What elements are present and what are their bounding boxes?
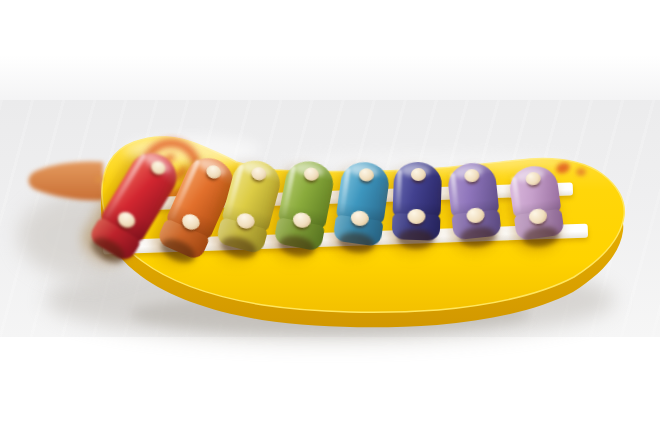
- duck-eye: [95, 175, 103, 183]
- photo: [0, 0, 660, 440]
- xylophone-bar-purple: [446, 161, 502, 241]
- wooden-pin-top: [410, 168, 425, 182]
- duck-beak: [29, 161, 104, 200]
- xylophone-bar-lavender: [507, 163, 565, 241]
- xylophone-bar-navy: [392, 161, 443, 241]
- wooden-pin-bottom: [407, 208, 426, 224]
